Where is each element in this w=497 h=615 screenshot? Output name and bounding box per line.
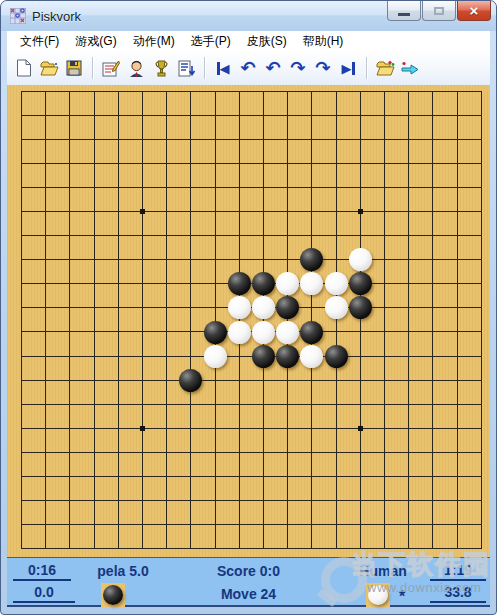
black-stone xyxy=(349,296,372,319)
menu-bar: 文件(F)游戏(G)动作(M)选手(P)皮肤(S)帮助(H) xyxy=(7,31,490,51)
continue-folder-icon xyxy=(376,60,395,76)
game-board[interactable] xyxy=(7,85,490,559)
move-counter: Move 24 xyxy=(184,586,314,602)
watermark-site-name: 当下软件园 xyxy=(351,547,491,582)
menu-item-5[interactable]: 帮助(H) xyxy=(295,31,352,52)
white-stone xyxy=(252,321,275,344)
swap-arrow-icon xyxy=(400,61,420,76)
save-button[interactable] xyxy=(63,56,85,80)
close-icon: × xyxy=(470,3,479,18)
undo-icon: ↶ xyxy=(265,59,280,77)
app-window: Piskvork × 文件(F)游戏(G)动作(M)选手(P)皮肤(S)帮助(H… xyxy=(0,0,497,615)
undo-button[interactable]: ↶ xyxy=(262,56,284,80)
white-stone xyxy=(300,345,323,368)
go-last-button[interactable]: ▶ xyxy=(337,56,359,80)
white-stone xyxy=(276,321,299,344)
star-point xyxy=(140,209,145,214)
black-stone xyxy=(325,345,348,368)
menu-item-2[interactable]: 动作(M) xyxy=(125,31,183,52)
save-floppy-icon xyxy=(66,60,82,76)
left-triangle-icon: ◀ xyxy=(220,62,230,75)
move-list-button[interactable] xyxy=(175,56,197,80)
black-time: 0:16 xyxy=(13,562,71,581)
black-stone xyxy=(349,272,372,295)
score-label: Score 0:0 xyxy=(184,563,314,579)
redo-all-icon: ↷ xyxy=(315,59,330,77)
watermark-url: www.downxia.com xyxy=(367,580,481,595)
menu-item-0[interactable]: 文件(F) xyxy=(12,31,67,52)
white-stone xyxy=(252,296,275,319)
maximize-icon xyxy=(434,7,444,15)
black-stone xyxy=(300,248,323,271)
star-point xyxy=(140,426,145,431)
white-stone xyxy=(300,272,323,295)
open-button[interactable] xyxy=(38,56,60,80)
star-point xyxy=(358,426,363,431)
redo-all-button[interactable]: ↷ xyxy=(312,56,334,80)
properties-button[interactable] xyxy=(100,56,122,80)
go-first-button[interactable]: ◀ xyxy=(212,56,234,80)
close-button[interactable]: × xyxy=(457,1,491,21)
continue-button[interactable] xyxy=(374,56,396,80)
new-document-icon xyxy=(16,59,32,77)
black-stone xyxy=(276,296,299,319)
new-game-button[interactable] xyxy=(13,56,35,80)
black-stone-indicator xyxy=(101,583,125,607)
menu-item-4[interactable]: 皮肤(S) xyxy=(239,31,295,52)
player-person-icon xyxy=(128,60,145,77)
last-bar-icon xyxy=(352,62,355,75)
undo-all-button[interactable]: ↶ xyxy=(237,56,259,80)
players-button[interactable] xyxy=(125,56,147,80)
white-stone xyxy=(228,296,251,319)
black-stone xyxy=(252,345,275,368)
black-player-name: pela 5.0 xyxy=(73,563,173,579)
black-stone xyxy=(228,272,251,295)
window-title: Piskvork xyxy=(32,9,81,24)
black-stone xyxy=(179,369,202,392)
redo-icon: ↷ xyxy=(290,59,305,77)
white-stone xyxy=(349,248,372,271)
trophy-icon xyxy=(154,60,169,77)
title-bar[interactable]: Piskvork × xyxy=(1,1,496,31)
white-stone xyxy=(228,321,251,344)
undo-all-icon: ↶ xyxy=(240,59,255,77)
move-list-icon xyxy=(178,60,195,77)
white-stone xyxy=(204,345,227,368)
window-controls: × xyxy=(386,1,491,21)
white-stone xyxy=(276,272,299,295)
minimize-button[interactable] xyxy=(387,1,421,21)
black-stone xyxy=(276,345,299,368)
app-icon xyxy=(10,8,26,24)
toolbar-separator xyxy=(92,57,93,79)
maximize-button[interactable] xyxy=(422,1,456,21)
star-point xyxy=(358,209,363,214)
black-eval: 0.0 xyxy=(13,584,75,603)
right-triangle-icon: ▶ xyxy=(342,62,352,75)
white-stone xyxy=(325,272,348,295)
black-stone xyxy=(252,272,275,295)
toolbar: ◀ ↶ ↶ ↷ ↷ ▶ xyxy=(7,51,490,85)
toolbar-separator xyxy=(366,57,367,79)
tournament-button[interactable] xyxy=(150,56,172,80)
board-grid[interactable] xyxy=(21,91,482,549)
open-folder-icon xyxy=(40,61,59,76)
black-stone-icon xyxy=(103,585,123,605)
black-stone xyxy=(204,321,227,344)
menu-item-1[interactable]: 游戏(G) xyxy=(67,31,124,52)
black-stone xyxy=(300,321,323,344)
minimize-icon xyxy=(398,13,410,16)
white-stone xyxy=(325,296,348,319)
properties-icon xyxy=(102,60,120,77)
swap-button[interactable] xyxy=(399,56,421,80)
toolbar-separator xyxy=(204,57,205,79)
menu-item-3[interactable]: 选手(P) xyxy=(183,31,239,52)
redo-button[interactable]: ↷ xyxy=(287,56,309,80)
